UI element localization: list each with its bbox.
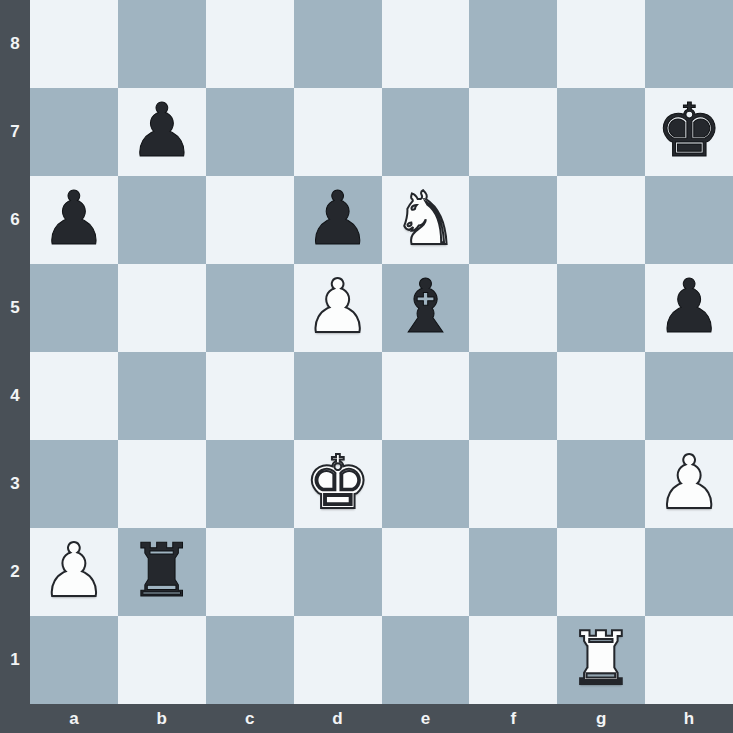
black-rook[interactable]: ♜ [129,533,195,607]
file-label-d: d [294,704,382,733]
square-h2[interactable] [645,528,733,616]
square-d5[interactable]: ♟ [294,264,382,352]
black-pawn[interactable]: ♟ [304,181,370,255]
square-h6[interactable] [645,176,733,264]
square-a1[interactable] [30,616,118,704]
square-h1[interactable] [645,616,733,704]
square-e3[interactable] [382,440,470,528]
square-d4[interactable] [294,352,382,440]
square-f6[interactable] [469,176,557,264]
file-label-e: e [382,704,470,733]
rank-label-1: 1 [0,616,30,704]
square-c7[interactable] [206,88,294,176]
file-label-g: g [557,704,645,733]
rank-labels: 8 7 6 5 4 3 2 1 [0,0,30,704]
square-b7[interactable]: ♟ [118,88,206,176]
square-c4[interactable] [206,352,294,440]
square-d2[interactable] [294,528,382,616]
square-a2[interactable]: ♟ [30,528,118,616]
square-d7[interactable] [294,88,382,176]
square-b3[interactable] [118,440,206,528]
square-c2[interactable] [206,528,294,616]
chess-board-panel: 8 7 6 5 4 3 2 1 ♟♚♟♟♞♟♝♟♚♟♟♜♜ a b c d e … [0,0,733,733]
square-f7[interactable] [469,88,557,176]
square-d3[interactable]: ♚ [294,440,382,528]
black-pawn[interactable]: ♟ [129,93,195,167]
square-e1[interactable] [382,616,470,704]
square-e8[interactable] [382,0,470,88]
square-a4[interactable] [30,352,118,440]
rank-label-7: 7 [0,88,30,176]
black-bishop[interactable]: ♝ [392,269,458,343]
file-label-a: a [30,704,118,733]
square-c3[interactable] [206,440,294,528]
square-h3[interactable]: ♟ [645,440,733,528]
square-b1[interactable] [118,616,206,704]
black-pawn[interactable]: ♟ [41,181,107,255]
square-b4[interactable] [118,352,206,440]
square-b8[interactable] [118,0,206,88]
white-pawn[interactable]: ♟ [41,533,107,607]
white-rook[interactable]: ♜ [568,621,634,695]
square-f2[interactable] [469,528,557,616]
square-c8[interactable] [206,0,294,88]
square-c1[interactable] [206,616,294,704]
white-pawn[interactable]: ♟ [656,445,722,519]
black-pawn[interactable]: ♟ [656,269,722,343]
square-g1[interactable]: ♜ [557,616,645,704]
square-a7[interactable] [30,88,118,176]
square-d1[interactable] [294,616,382,704]
square-g8[interactable] [557,0,645,88]
square-e5[interactable]: ♝ [382,264,470,352]
square-c5[interactable] [206,264,294,352]
square-e7[interactable] [382,88,470,176]
square-h4[interactable] [645,352,733,440]
square-f8[interactable] [469,0,557,88]
square-f4[interactable] [469,352,557,440]
rank-label-6: 6 [0,176,30,264]
rank-label-8: 8 [0,0,30,88]
square-f3[interactable] [469,440,557,528]
square-g4[interactable] [557,352,645,440]
file-label-h: h [645,704,733,733]
square-e4[interactable] [382,352,470,440]
square-b6[interactable] [118,176,206,264]
square-g6[interactable] [557,176,645,264]
rank-label-5: 5 [0,264,30,352]
square-b2[interactable]: ♜ [118,528,206,616]
square-f5[interactable] [469,264,557,352]
square-f1[interactable] [469,616,557,704]
square-g5[interactable] [557,264,645,352]
square-a3[interactable] [30,440,118,528]
rank-label-3: 3 [0,440,30,528]
square-g3[interactable] [557,440,645,528]
square-a5[interactable] [30,264,118,352]
file-labels: a b c d e f g h [30,704,733,733]
square-h7[interactable]: ♚ [645,88,733,176]
white-king[interactable]: ♚ [304,445,370,519]
rank-label-2: 2 [0,528,30,616]
file-label-f: f [469,704,557,733]
square-b5[interactable] [118,264,206,352]
square-c6[interactable] [206,176,294,264]
file-label-c: c [206,704,294,733]
square-d6[interactable]: ♟ [294,176,382,264]
board: ♟♚♟♟♞♟♝♟♚♟♟♜♜ [30,0,733,704]
square-h8[interactable] [645,0,733,88]
rank-label-4: 4 [0,352,30,440]
black-king[interactable]: ♚ [656,93,722,167]
file-label-b: b [118,704,206,733]
square-e2[interactable] [382,528,470,616]
square-d8[interactable] [294,0,382,88]
square-g7[interactable] [557,88,645,176]
square-e6[interactable]: ♞ [382,176,470,264]
square-g2[interactable] [557,528,645,616]
white-knight[interactable]: ♞ [392,181,458,255]
white-pawn[interactable]: ♟ [304,269,370,343]
square-a6[interactable]: ♟ [30,176,118,264]
square-a8[interactable] [30,0,118,88]
square-h5[interactable]: ♟ [645,264,733,352]
